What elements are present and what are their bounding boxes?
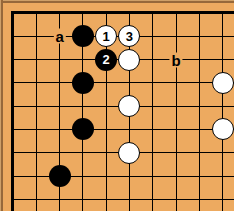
intersection-E19 — [95, 1, 118, 24]
intersection-A18 — [1, 25, 24, 48]
intersection-G11 — [141, 188, 164, 211]
intersection-A15 — [1, 95, 24, 118]
intersection-D18 — [71, 25, 94, 48]
intersection-D11 — [71, 188, 94, 211]
point-label-b: b — [169, 52, 182, 67]
intersection-H12 — [164, 164, 187, 187]
intersection-F11 — [118, 188, 141, 211]
intersection-G19 — [141, 1, 164, 24]
intersection-G14 — [141, 118, 164, 141]
intersection-D13 — [71, 141, 94, 164]
intersection-F12 — [118, 164, 141, 187]
intersection-E15 — [95, 95, 118, 118]
intersection-C17 — [48, 48, 71, 71]
intersection-F19 — [118, 1, 141, 24]
intersection-A16 — [1, 71, 24, 94]
intersection-A13 — [1, 141, 24, 164]
point-label-a: a — [53, 29, 65, 44]
intersection-K19 — [211, 1, 234, 24]
intersection-J15 — [188, 95, 211, 118]
intersection-C15 — [48, 95, 71, 118]
intersection-F15 — [118, 95, 141, 118]
intersection-K14 — [211, 118, 234, 141]
intersection-K16 — [211, 71, 234, 94]
intersection-H17: b — [164, 48, 187, 71]
intersection-E11 — [95, 188, 118, 211]
black-stone — [49, 165, 71, 187]
intersection-E17: 2 — [95, 48, 118, 71]
white-stone — [118, 95, 140, 117]
intersection-J14 — [188, 118, 211, 141]
intersection-B19 — [25, 1, 48, 24]
intersection-J19 — [188, 1, 211, 24]
intersection-G13 — [141, 141, 164, 164]
white-stone — [212, 118, 234, 140]
intersection-D16 — [71, 71, 94, 94]
white-stone — [118, 142, 140, 164]
intersection-F13 — [118, 141, 141, 164]
white-stone — [212, 72, 234, 94]
intersection-H11 — [164, 188, 187, 211]
intersection-E16 — [95, 71, 118, 94]
black-stone — [72, 72, 94, 94]
intersection-H19 — [164, 1, 187, 24]
intersection-K11 — [211, 188, 234, 211]
intersection-C12 — [48, 164, 71, 187]
intersection-C11 — [48, 188, 71, 211]
intersection-A12 — [1, 164, 24, 187]
intersection-B18 — [25, 25, 48, 48]
intersection-A14 — [1, 118, 24, 141]
intersection-F18: 3 — [118, 25, 141, 48]
intersection-K13 — [211, 141, 234, 164]
intersection-B15 — [25, 95, 48, 118]
intersection-A19 — [1, 1, 24, 24]
intersection-B13 — [25, 141, 48, 164]
intersection-G17 — [141, 48, 164, 71]
intersection-J11 — [188, 188, 211, 211]
intersection-B12 — [25, 164, 48, 187]
intersection-C13 — [48, 141, 71, 164]
intersection-B17 — [25, 48, 48, 71]
intersection-D15 — [71, 95, 94, 118]
intersection-E18: 1 — [95, 25, 118, 48]
intersection-D19 — [71, 1, 94, 24]
intersection-D17 — [71, 48, 94, 71]
intersection-B11 — [25, 188, 48, 211]
intersection-G15 — [141, 95, 164, 118]
go-board: a132b — [0, 0, 234, 211]
intersection-H13 — [164, 141, 187, 164]
intersection-J13 — [188, 141, 211, 164]
intersection-D14 — [71, 118, 94, 141]
intersection-C18: a — [48, 25, 71, 48]
intersection-F16 — [118, 71, 141, 94]
intersection-E14 — [95, 118, 118, 141]
intersection-J18 — [188, 25, 211, 48]
intersection-J12 — [188, 164, 211, 187]
white-stone — [118, 49, 140, 71]
intersection-K17 — [211, 48, 234, 71]
intersection-H16 — [164, 71, 187, 94]
intersection-G12 — [141, 164, 164, 187]
black-stone — [72, 118, 94, 140]
intersection-H15 — [164, 95, 187, 118]
intersection-G16 — [141, 71, 164, 94]
black-stone-move-2: 2 — [95, 49, 117, 71]
intersection-F14 — [118, 118, 141, 141]
intersection-J17 — [188, 48, 211, 71]
intersection-K12 — [211, 164, 234, 187]
intersection-G18 — [141, 25, 164, 48]
intersection-B14 — [25, 118, 48, 141]
intersection-C16 — [48, 71, 71, 94]
intersection-D12 — [71, 164, 94, 187]
intersection-J16 — [188, 71, 211, 94]
white-stone-move-3: 3 — [118, 25, 140, 47]
go-board-grid: a132b — [1, 1, 234, 211]
intersection-F17 — [118, 48, 141, 71]
intersection-C19 — [48, 1, 71, 24]
intersection-H14 — [164, 118, 187, 141]
intersection-C14 — [48, 118, 71, 141]
intersection-K18 — [211, 25, 234, 48]
intersection-B16 — [25, 71, 48, 94]
intersection-E12 — [95, 164, 118, 187]
intersection-A17 — [1, 48, 24, 71]
intersection-H18 — [164, 25, 187, 48]
intersection-E13 — [95, 141, 118, 164]
black-stone — [72, 25, 94, 47]
intersection-A11 — [1, 188, 24, 211]
white-stone-move-1: 1 — [95, 25, 117, 47]
intersection-K15 — [211, 95, 234, 118]
